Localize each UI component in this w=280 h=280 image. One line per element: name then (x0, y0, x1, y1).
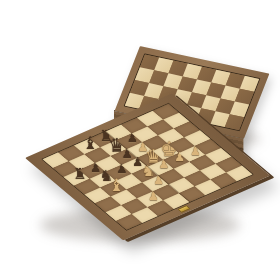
product-photo-scene: ♝♜♛♟♜♟♟♟♞♟♟♛♚♝♞♟♟♟♟♟ (0, 0, 280, 280)
lid-square (225, 114, 244, 130)
